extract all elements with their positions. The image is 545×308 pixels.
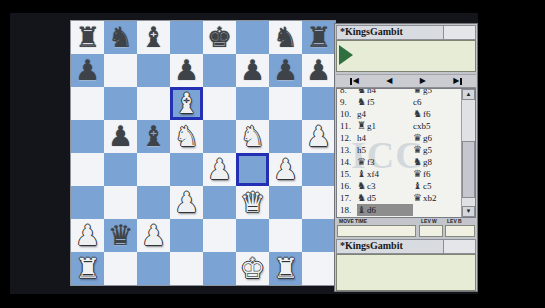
- square-c2[interactable]: ♟: [137, 219, 170, 252]
- square-e4[interactable]: ♟: [203, 153, 236, 186]
- bottom-notation-pane: [336, 254, 476, 291]
- square-h6[interactable]: [302, 87, 335, 120]
- scrollbar-thumb[interactable]: [462, 141, 475, 198]
- square-h3[interactable]: [302, 186, 335, 219]
- square-d8[interactable]: [170, 21, 203, 54]
- white-pawn: ♟: [273, 156, 298, 184]
- square-g8[interactable]: ♞: [269, 21, 302, 54]
- figurine-icon: ♞: [413, 109, 422, 119]
- white-move[interactable]: ♝xf4: [357, 168, 413, 180]
- scroll-down-icon[interactable]: ▼: [462, 206, 475, 217]
- square-b7[interactable]: [104, 54, 137, 87]
- white-pawn: ♟: [207, 156, 232, 184]
- square-g5[interactable]: [269, 120, 302, 153]
- top-titlebar-segment: [443, 26, 475, 39]
- square-a1[interactable]: ♜: [71, 252, 104, 285]
- figurine-icon: ♛: [413, 88, 422, 95]
- black-move[interactable]: ♝c5: [413, 180, 463, 192]
- notation-panel: *KingsGambit ◀◀▶▶ ICC 8.♞h4♛g59.♞f5c610.…: [334, 23, 478, 292]
- square-a7[interactable]: ♟: [71, 54, 104, 87]
- figurine-icon: ♛: [413, 193, 422, 203]
- square-d6[interactable]: ♝: [170, 87, 203, 120]
- square-f6[interactable]: [236, 87, 269, 120]
- square-h5[interactable]: ♟: [302, 120, 335, 153]
- skip-to-start-button[interactable]: ◀: [350, 77, 359, 85]
- square-c5[interactable]: ♝: [137, 120, 170, 153]
- black-move[interactable]: ♛g6: [413, 132, 463, 144]
- black-knight: ♞: [108, 24, 133, 52]
- move-list-scrollbar: ▲ ▼: [461, 89, 475, 217]
- move-row: 13.h5♛g5: [337, 144, 475, 156]
- move-row: 17.♞d5♛xb2: [337, 192, 475, 204]
- field-label-lev-b: LEV B: [447, 219, 462, 224]
- field-label-move-time: MOVE TIME: [339, 219, 367, 224]
- black-rook: ♜: [75, 24, 100, 52]
- skip-to-start-button-bar: [350, 78, 352, 85]
- figurine-icon: ♜: [357, 121, 366, 131]
- black-rook: ♜: [306, 24, 331, 52]
- lev-b-field[interactable]: [445, 225, 475, 237]
- square-a8[interactable]: ♜: [71, 21, 104, 54]
- white-rook: ♜: [273, 255, 298, 283]
- move-number: 14.: [340, 157, 357, 167]
- square-h7[interactable]: ♟: [302, 54, 335, 87]
- move-row: 14.♛f3♞g8: [337, 156, 475, 168]
- white-knight: ♞: [240, 123, 265, 151]
- white-move[interactable]: ♛f3: [357, 156, 413, 168]
- square-b8[interactable]: ♞: [104, 21, 137, 54]
- move-row: 18.♝d6: [337, 204, 475, 216]
- white-bishop: ♝: [174, 90, 199, 118]
- figurine-icon: ♛: [413, 169, 422, 179]
- square-b3[interactable]: [104, 186, 137, 219]
- video-frame: ♜♞♝♚♞♜♟♟♟♟♟♝♟♝♞♞♟♟♟♟♛♟♛♟♜♚♜ *KingsGambit…: [0, 0, 545, 308]
- black-pawn: ♟: [75, 57, 100, 85]
- step-back-button[interactable]: ◀: [386, 77, 392, 85]
- white-queen: ♛: [240, 189, 265, 217]
- black-pawn: ♟: [240, 57, 265, 85]
- black-bishop: ♝: [141, 24, 166, 52]
- move-row: 11.♜g1cxb5: [337, 120, 475, 132]
- white-move[interactable]: g4: [357, 108, 413, 120]
- move-row: 9.♞f5c6: [337, 96, 475, 108]
- square-d4[interactable]: [170, 153, 203, 186]
- figurine-icon: ♛: [357, 157, 366, 167]
- square-e5[interactable]: [203, 120, 236, 153]
- square-d7[interactable]: ♟: [170, 54, 203, 87]
- move-row: 15.♝xf4♛f6: [337, 168, 475, 180]
- white-knight: ♞: [174, 123, 199, 151]
- move-number: 8.: [340, 88, 357, 95]
- black-move[interactable]: c6: [413, 96, 463, 108]
- white-move[interactable]: ♞f5: [357, 96, 413, 108]
- figurine-icon: ♞: [357, 88, 366, 95]
- square-d1[interactable]: [170, 252, 203, 285]
- figurine-icon: ♝: [357, 205, 366, 215]
- move-number: 9.: [340, 97, 357, 107]
- figurine-icon: ♛: [413, 133, 422, 143]
- figurine-icon: ♞: [357, 193, 366, 203]
- square-g1[interactable]: ♜: [269, 252, 302, 285]
- skip-to-end-button[interactable]: ▶: [453, 77, 462, 85]
- square-a5[interactable]: [71, 120, 104, 153]
- white-move[interactable]: h5: [357, 144, 413, 156]
- square-g7[interactable]: ♟: [269, 54, 302, 87]
- square-d2[interactable]: [170, 219, 203, 252]
- black-move[interactable]: ♛g5: [413, 144, 463, 156]
- black-pawn: ♟: [174, 57, 199, 85]
- move-number: 18.: [340, 205, 357, 215]
- square-b4[interactable]: [104, 153, 137, 186]
- move-number: 11.: [340, 121, 357, 131]
- move-number: 10.: [340, 109, 357, 119]
- lev-w-field[interactable]: [419, 225, 443, 237]
- skip-to-end-button-icon: ▶: [453, 77, 459, 85]
- square-h2[interactable]: [302, 219, 335, 252]
- move-time-field[interactable]: [337, 225, 416, 237]
- bottom-titlebar-segment: [443, 240, 475, 253]
- square-c3[interactable]: [137, 186, 170, 219]
- step-forward-button[interactable]: ▶: [420, 77, 426, 85]
- white-move[interactable]: ♝d6: [357, 204, 413, 216]
- square-g2[interactable]: [269, 219, 302, 252]
- square-f5[interactable]: ♞: [236, 120, 269, 153]
- bottom-window-titlebar: *KingsGambit: [336, 239, 476, 254]
- square-e1[interactable]: [203, 252, 236, 285]
- black-pawn: ♟: [108, 123, 133, 151]
- square-h4[interactable]: [302, 153, 335, 186]
- square-f7[interactable]: ♟: [236, 54, 269, 87]
- square-c6[interactable]: [137, 87, 170, 120]
- square-d3[interactable]: ♟: [170, 186, 203, 219]
- black-move: [413, 204, 463, 216]
- top-window-titlebar: *KingsGambit: [336, 25, 476, 40]
- white-move[interactable]: h4: [357, 132, 413, 144]
- top-notation-pane: [336, 40, 476, 72]
- square-f8[interactable]: [236, 21, 269, 54]
- move-number: 16.: [340, 181, 357, 191]
- square-a3[interactable]: [71, 186, 104, 219]
- square-e3[interactable]: [203, 186, 236, 219]
- black-move[interactable]: ♞f6: [413, 108, 463, 120]
- black-move[interactable]: ♞g8: [413, 156, 463, 168]
- white-pawn: ♟: [174, 189, 199, 217]
- square-b6[interactable]: [104, 87, 137, 120]
- black-move[interactable]: ♛xb2: [413, 192, 463, 204]
- figurine-icon: ♞: [413, 157, 422, 167]
- white-pawn: ♟: [75, 222, 100, 250]
- figurine-icon: ♝: [413, 181, 422, 191]
- move-number: 15.: [340, 169, 357, 179]
- square-f2[interactable]: [236, 219, 269, 252]
- move-list: ICC 8.♞h4♛g59.♞f5c610.g4♞f611.♜g1cxb512.…: [336, 88, 476, 218]
- white-move[interactable]: ♜g1: [357, 120, 413, 132]
- field-label-lev-w: LEV W: [421, 219, 437, 224]
- move-row: 12.h4♛g6: [337, 132, 475, 144]
- black-move[interactable]: ♛f6: [413, 168, 463, 180]
- square-h8[interactable]: ♜: [302, 21, 335, 54]
- skip-to-end-button-bar: [460, 78, 462, 85]
- step-forward-button-icon: ▶: [420, 77, 426, 85]
- square-c4[interactable]: [137, 153, 170, 186]
- square-c8[interactable]: ♝: [137, 21, 170, 54]
- black-move[interactable]: ♛g5: [413, 88, 463, 96]
- square-d5[interactable]: ♞: [170, 120, 203, 153]
- figurine-icon: ♛: [413, 145, 422, 155]
- white-rook: ♜: [75, 255, 100, 283]
- black-knight: ♞: [273, 24, 298, 52]
- move-row: 8.♞h4♛g5: [337, 88, 475, 96]
- black-pawn: ♟: [273, 57, 298, 85]
- skip-to-start-button-icon: ◀: [353, 77, 359, 85]
- square-c7[interactable]: [137, 54, 170, 87]
- chess-board: ♜♞♝♚♞♜♟♟♟♟♟♝♟♝♞♞♟♟♟♟♛♟♛♟♜♚♜: [70, 20, 336, 286]
- move-number: 12.: [340, 133, 357, 143]
- white-pawn: ♟: [141, 222, 166, 250]
- square-f3[interactable]: ♛: [236, 186, 269, 219]
- square-b1[interactable]: [104, 252, 137, 285]
- move-row: 16.♞c3♝c5: [337, 180, 475, 192]
- playback-toolbar: ◀◀▶▶: [336, 74, 476, 88]
- black-bishop: ♝: [141, 123, 166, 151]
- square-e2[interactable]: [203, 219, 236, 252]
- square-f1[interactable]: ♚: [236, 252, 269, 285]
- square-e6[interactable]: [203, 87, 236, 120]
- square-e8[interactable]: ♚: [203, 21, 236, 54]
- move-number: 17.: [340, 193, 357, 203]
- white-move[interactable]: ♞c3: [357, 180, 413, 192]
- white-pawn: ♟: [306, 123, 331, 151]
- play-icon[interactable]: [339, 45, 353, 65]
- white-move[interactable]: ♞h4: [357, 88, 413, 96]
- square-a6[interactable]: [71, 87, 104, 120]
- square-a4[interactable]: [71, 153, 104, 186]
- square-g3[interactable]: [269, 186, 302, 219]
- square-f4[interactable]: [236, 153, 269, 186]
- square-g4[interactable]: ♟: [269, 153, 302, 186]
- black-king: ♚: [207, 24, 232, 52]
- figurine-icon: ♞: [357, 181, 366, 191]
- square-c1[interactable]: [137, 252, 170, 285]
- square-g6[interactable]: [269, 87, 302, 120]
- square-a2[interactable]: ♟: [71, 219, 104, 252]
- square-e7[interactable]: [203, 54, 236, 87]
- figurine-icon: ♝: [357, 169, 366, 179]
- move-rows: 8.♞h4♛g59.♞f5c610.g4♞f611.♜g1cxb512.h4♛g…: [337, 88, 475, 216]
- step-back-button-icon: ◀: [386, 77, 392, 85]
- square-h1[interactable]: [302, 252, 335, 285]
- figurine-icon: ♞: [357, 97, 366, 107]
- white-move[interactable]: ♞d5: [357, 192, 413, 204]
- black-move[interactable]: cxb5: [413, 120, 463, 132]
- scroll-up-icon[interactable]: ▲: [462, 89, 475, 100]
- move-row: 10.g4♞f6: [337, 108, 475, 120]
- square-b5[interactable]: ♟: [104, 120, 137, 153]
- white-king: ♚: [240, 255, 265, 283]
- move-number: 13.: [340, 145, 357, 155]
- black-pawn: ♟: [306, 57, 331, 85]
- square-b2[interactable]: ♛: [104, 219, 137, 252]
- black-queen: ♛: [108, 222, 133, 250]
